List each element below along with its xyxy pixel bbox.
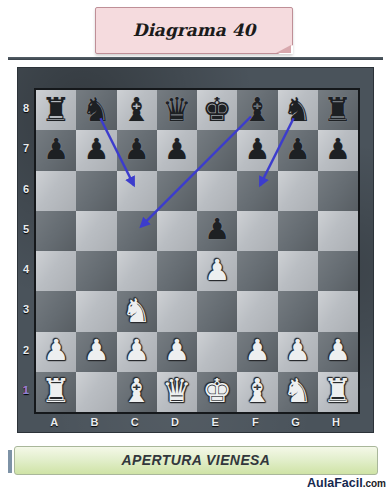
- square-h2[interactable]: ♟: [318, 332, 358, 372]
- square-f8[interactable]: ♝: [237, 90, 277, 130]
- piece-white-bishop: ♝: [243, 374, 273, 407]
- rank-labels: 87654321: [18, 88, 34, 410]
- piece-black-king: ♚: [202, 93, 232, 126]
- rank-label-4: 4: [18, 249, 34, 289]
- file-label-c: C: [115, 414, 155, 432]
- square-b3[interactable]: [76, 291, 116, 331]
- diagram-title: Diagrama 40: [96, 8, 292, 52]
- square-h8[interactable]: ♜: [318, 90, 358, 130]
- piece-black-pawn: ♟: [83, 135, 109, 164]
- square-b4[interactable]: [76, 251, 116, 291]
- square-b7[interactable]: ♟: [76, 130, 116, 170]
- piece-white-pawn: ♟: [204, 256, 230, 285]
- piece-black-bishop: ♝: [243, 93, 273, 126]
- square-c7[interactable]: ♟: [117, 130, 157, 170]
- square-g4[interactable]: [278, 251, 318, 291]
- piece-white-pawn: ♟: [83, 336, 109, 365]
- opening-name: APERTURA VIENESA: [15, 447, 377, 474]
- square-f7[interactable]: ♟: [237, 130, 277, 170]
- square-f4[interactable]: [237, 251, 277, 291]
- piece-black-pawn: ♟: [244, 135, 270, 164]
- square-d4[interactable]: [157, 251, 197, 291]
- rank-label-5: 5: [18, 209, 34, 249]
- square-e7[interactable]: [197, 130, 237, 170]
- square-c6[interactable]: [117, 171, 157, 211]
- piece-black-pawn: ♟: [285, 135, 311, 164]
- site-credit-tld: .com: [363, 478, 386, 489]
- square-b6[interactable]: [76, 171, 116, 211]
- square-e8[interactable]: ♚: [197, 90, 237, 130]
- square-b5[interactable]: [76, 211, 116, 251]
- file-label-e: E: [195, 414, 235, 432]
- file-label-h: H: [316, 414, 356, 432]
- rank-label-6: 6: [18, 169, 34, 209]
- site-credit-name: AulaFacil: [307, 476, 363, 490]
- square-c1[interactable]: ♝: [117, 372, 157, 412]
- piece-black-rook: ♜: [323, 93, 353, 126]
- rank-label-7: 7: [18, 128, 34, 168]
- square-d2[interactable]: ♟: [157, 332, 197, 372]
- square-h5[interactable]: [318, 211, 358, 251]
- square-f2[interactable]: ♟: [237, 332, 277, 372]
- square-c4[interactable]: [117, 251, 157, 291]
- square-f1[interactable]: ♝: [237, 372, 277, 412]
- square-g1[interactable]: ♞: [278, 372, 318, 412]
- piece-white-pawn: ♟: [164, 336, 190, 365]
- opening-name-banner: APERTURA VIENESA: [14, 446, 378, 475]
- square-g3[interactable]: [278, 291, 318, 331]
- square-c8[interactable]: ♝: [117, 90, 157, 130]
- square-b2[interactable]: ♟: [76, 332, 116, 372]
- square-a8[interactable]: ♜: [36, 90, 76, 130]
- file-label-b: B: [74, 414, 114, 432]
- square-e1[interactable]: ♚: [197, 372, 237, 412]
- square-a1[interactable]: ♜: [36, 372, 76, 412]
- piece-white-queen: ♛: [162, 374, 192, 407]
- rank-label-3: 3: [18, 289, 34, 329]
- piece-black-pawn: ♟: [124, 135, 150, 164]
- piece-white-rook: ♜: [323, 374, 353, 407]
- page: Diagrama 40 87654321 ♜♞♝♛♚♝♞♜♟♟♟♟♟♟♟♟♟♞♟…: [0, 0, 391, 491]
- file-labels: ABCDEFGH: [34, 414, 356, 432]
- piece-black-knight: ♞: [283, 93, 313, 126]
- piece-black-bishop: ♝: [122, 93, 152, 126]
- rank-label-2: 2: [18, 330, 34, 370]
- piece-white-pawn: ♟: [244, 336, 270, 365]
- square-e4[interactable]: ♟: [197, 251, 237, 291]
- square-f5[interactable]: [237, 211, 277, 251]
- square-b8[interactable]: ♞: [76, 90, 116, 130]
- divider-rule: [8, 57, 383, 60]
- square-g6[interactable]: [278, 171, 318, 211]
- square-g8[interactable]: ♞: [278, 90, 318, 130]
- square-e2[interactable]: [197, 332, 237, 372]
- rank-label-8: 8: [18, 88, 34, 128]
- file-label-g: G: [276, 414, 316, 432]
- square-a2[interactable]: ♟: [36, 332, 76, 372]
- square-h7[interactable]: ♟: [318, 130, 358, 170]
- square-c3[interactable]: ♞: [117, 291, 157, 331]
- square-e5[interactable]: ♟: [197, 211, 237, 251]
- piece-white-knight: ♞: [122, 294, 152, 327]
- piece-black-queen: ♛: [162, 93, 192, 126]
- square-a7[interactable]: ♟: [36, 130, 76, 170]
- square-h6[interactable]: [318, 171, 358, 211]
- piece-white-pawn: ♟: [43, 336, 69, 365]
- square-h1[interactable]: ♜: [318, 372, 358, 412]
- piece-black-pawn: ♟: [164, 135, 190, 164]
- file-label-d: D: [155, 414, 195, 432]
- square-g5[interactable]: [278, 211, 318, 251]
- file-label-a: A: [34, 414, 74, 432]
- banner-left-tick: [8, 450, 12, 473]
- piece-black-pawn: ♟: [43, 135, 69, 164]
- piece-white-pawn: ♟: [325, 336, 351, 365]
- square-d8[interactable]: ♛: [157, 90, 197, 130]
- square-e6[interactable]: [197, 171, 237, 211]
- diagram-note: Diagrama 40: [95, 7, 293, 54]
- square-a5[interactable]: [36, 211, 76, 251]
- piece-black-pawn: ♟: [325, 135, 351, 164]
- piece-white-pawn: ♟: [285, 336, 311, 365]
- square-a4[interactable]: [36, 251, 76, 291]
- site-credit: AulaFacil.com: [307, 473, 386, 491]
- square-h3[interactable]: [318, 291, 358, 331]
- chess-board: ♜♞♝♛♚♝♞♜♟♟♟♟♟♟♟♟♟♞♟♟♟♟♟♟♟♜♝♛♚♝♞♜: [34, 88, 360, 414]
- piece-white-pawn: ♟: [124, 336, 150, 365]
- rank-label-1: 1: [18, 370, 34, 410]
- square-a3[interactable]: [36, 291, 76, 331]
- square-f6[interactable]: [237, 171, 277, 211]
- note-fold-flap-icon: [276, 45, 291, 53]
- piece-black-knight: ♞: [82, 93, 112, 126]
- square-f3[interactable]: [237, 291, 277, 331]
- square-d6[interactable]: [157, 171, 197, 211]
- square-h4[interactable]: [318, 251, 358, 291]
- piece-white-knight: ♞: [283, 374, 313, 407]
- piece-white-king: ♚: [202, 374, 232, 407]
- board-grid: ♜♞♝♛♚♝♞♜♟♟♟♟♟♟♟♟♟♞♟♟♟♟♟♟♟♜♝♛♚♝♞♜: [36, 90, 358, 412]
- piece-black-pawn: ♟: [204, 215, 230, 244]
- piece-white-rook: ♜: [41, 374, 71, 407]
- square-g7[interactable]: ♟: [278, 130, 318, 170]
- piece-white-bishop: ♝: [122, 374, 152, 407]
- file-label-f: F: [235, 414, 275, 432]
- square-c2[interactable]: ♟: [117, 332, 157, 372]
- square-e3[interactable]: [197, 291, 237, 331]
- square-d3[interactable]: [157, 291, 197, 331]
- square-a6[interactable]: [36, 171, 76, 211]
- piece-black-rook: ♜: [41, 93, 71, 126]
- chess-board-frame: 87654321 ♜♞♝♛♚♝♞♜♟♟♟♟♟♟♟♟♟♞♟♟♟♟♟♟♟♜♝♛♚♝♞…: [17, 67, 374, 433]
- square-d1[interactable]: ♛: [157, 372, 197, 412]
- square-b1[interactable]: [76, 372, 116, 412]
- square-g2[interactable]: ♟: [278, 332, 318, 372]
- square-d5[interactable]: [157, 211, 197, 251]
- square-d7[interactable]: ♟: [157, 130, 197, 170]
- square-c5[interactable]: [117, 211, 157, 251]
